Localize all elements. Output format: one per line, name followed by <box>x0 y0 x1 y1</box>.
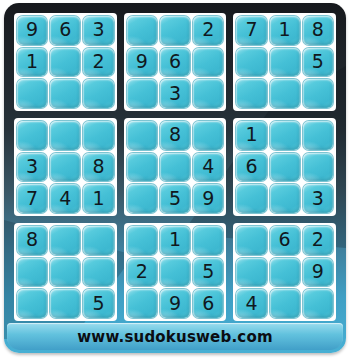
sudoku-cell-r5c5[interactable] <box>160 153 190 182</box>
sudoku-cell-r3c5[interactable]: 3 <box>160 79 190 108</box>
cell-digit: 3 <box>26 157 38 177</box>
sudoku-block-1-2: 163 <box>233 118 336 216</box>
sudoku-cell-r4c1[interactable] <box>17 121 47 150</box>
cell-digit: 2 <box>312 230 324 250</box>
sudoku-block-0-0: 96312 <box>14 13 117 111</box>
sudoku-cell-r4c9[interactable] <box>303 121 333 150</box>
sudoku-cell-r3c6[interactable] <box>193 79 223 108</box>
cell-digit: 7 <box>26 189 38 209</box>
sudoku-cell-r8c6[interactable]: 5 <box>193 258 223 287</box>
cell-digit: 8 <box>312 20 324 40</box>
footer-band: www.sudokusweb.com <box>7 323 343 350</box>
sudoku-cell-r6c5[interactable]: 5 <box>160 184 190 213</box>
sudoku-cell-r8c7[interactable] <box>236 258 266 287</box>
sudoku-cell-r1c6[interactable]: 2 <box>193 16 223 45</box>
sudoku-cell-r4c6[interactable] <box>193 121 223 150</box>
sudoku-cell-r9c6[interactable]: 6 <box>193 289 223 318</box>
sudoku-cell-r9c1[interactable] <box>17 289 47 318</box>
page: 963122963718538741845916385125966294 www… <box>0 0 350 360</box>
cell-digit: 1 <box>93 189 105 209</box>
sudoku-cell-r3c3[interactable] <box>83 79 113 108</box>
cell-digit: 1 <box>26 52 38 72</box>
cell-digit: 8 <box>26 230 38 250</box>
sudoku-cell-r2c6[interactable] <box>193 48 223 77</box>
sudoku-cell-r2c8[interactable] <box>270 48 300 77</box>
sudoku-cell-r1c1[interactable]: 9 <box>17 16 47 45</box>
sudoku-cell-r7c7[interactable] <box>236 226 266 255</box>
sudoku-cell-r6c7[interactable] <box>236 184 266 213</box>
cell-digit: 3 <box>93 20 105 40</box>
sudoku-cell-r5c2[interactable] <box>50 153 80 182</box>
cell-digit: 9 <box>26 20 38 40</box>
site-url[interactable]: www.sudokusweb.com <box>77 328 272 346</box>
sudoku-block-0-2: 7185 <box>233 13 336 111</box>
cell-digit: 9 <box>136 52 148 72</box>
sudoku-cell-r5c3[interactable]: 8 <box>83 153 113 182</box>
sudoku-cell-r9c9[interactable] <box>303 289 333 318</box>
sudoku-cell-r2c3[interactable]: 2 <box>83 48 113 77</box>
cell-digit: 7 <box>245 20 257 40</box>
sudoku-cell-r5c7[interactable]: 6 <box>236 153 266 182</box>
sudoku-cell-r9c2[interactable] <box>50 289 80 318</box>
sudoku-cell-r8c8[interactable] <box>270 258 300 287</box>
sudoku-cell-r4c7[interactable]: 1 <box>236 121 266 150</box>
cell-digit: 5 <box>312 52 324 72</box>
sudoku-cell-r4c8[interactable] <box>270 121 300 150</box>
sudoku-cell-r8c2[interactable] <box>50 258 80 287</box>
sudoku-cell-r8c3[interactable] <box>83 258 113 287</box>
cell-digit: 1 <box>245 125 257 145</box>
sudoku-block-1-1: 8459 <box>124 118 227 216</box>
cell-digit: 6 <box>59 20 71 40</box>
sudoku-cell-r2c1[interactable]: 1 <box>17 48 47 77</box>
cell-digit: 8 <box>169 125 181 145</box>
sudoku-cell-r2c4[interactable]: 9 <box>127 48 157 77</box>
sudoku-cell-r1c7[interactable]: 7 <box>236 16 266 45</box>
sudoku-cell-r6c6[interactable]: 9 <box>193 184 223 213</box>
cell-digit: 1 <box>279 20 291 40</box>
sudoku-cell-r1c4[interactable] <box>127 16 157 45</box>
cell-digit: 2 <box>93 52 105 72</box>
sudoku-cell-r6c1[interactable]: 7 <box>17 184 47 213</box>
sudoku-cell-r7c1[interactable]: 8 <box>17 226 47 255</box>
sudoku-cell-r5c8[interactable] <box>270 153 300 182</box>
sudoku-cell-r2c9[interactable]: 5 <box>303 48 333 77</box>
cell-digit: 6 <box>279 230 291 250</box>
sudoku-block-0-1: 2963 <box>124 13 227 111</box>
cell-digit: 2 <box>202 20 214 40</box>
sudoku-cell-r1c8[interactable]: 1 <box>270 16 300 45</box>
sudoku-cell-r9c5[interactable]: 9 <box>160 289 190 318</box>
cell-digit: 3 <box>312 189 324 209</box>
sudoku-cell-r2c2[interactable] <box>50 48 80 77</box>
sudoku-cell-r3c8[interactable] <box>270 79 300 108</box>
sudoku-cell-r1c9[interactable]: 8 <box>303 16 333 45</box>
cell-digit: 2 <box>136 262 148 282</box>
sudoku-cell-r5c9[interactable] <box>303 153 333 182</box>
sudoku-cell-r9c7[interactable]: 4 <box>236 289 266 318</box>
cell-digit: 9 <box>312 262 324 282</box>
cell-digit: 6 <box>245 157 257 177</box>
sudoku-cell-r3c2[interactable] <box>50 79 80 108</box>
sudoku-cell-r2c5[interactable]: 6 <box>160 48 190 77</box>
sudoku-cell-r9c4[interactable] <box>127 289 157 318</box>
cell-digit: 9 <box>169 294 181 314</box>
sudoku-cell-r4c5[interactable]: 8 <box>160 121 190 150</box>
cell-digit: 1 <box>169 230 181 250</box>
sudoku-cell-r3c7[interactable] <box>236 79 266 108</box>
sudoku-cell-r3c1[interactable] <box>17 79 47 108</box>
cell-digit: 3 <box>169 84 181 104</box>
cell-digit: 6 <box>202 294 214 314</box>
sudoku-cell-r7c3[interactable] <box>83 226 113 255</box>
sudoku-cell-r7c9[interactable]: 2 <box>303 226 333 255</box>
sudoku-cell-r6c4[interactable] <box>127 184 157 213</box>
sudoku-cell-r2c7[interactable] <box>236 48 266 77</box>
sudoku-cell-r1c3[interactable]: 3 <box>83 16 113 45</box>
sudoku-cell-r5c6[interactable]: 4 <box>193 153 223 182</box>
sudoku-cell-r5c4[interactable] <box>127 153 157 182</box>
sudoku-cell-r7c6[interactable] <box>193 226 223 255</box>
sudoku-cell-r3c9[interactable] <box>303 79 333 108</box>
sudoku-cell-r8c9[interactable]: 9 <box>303 258 333 287</box>
cell-digit: 6 <box>169 52 181 72</box>
sudoku-cell-r8c4[interactable]: 2 <box>127 258 157 287</box>
sudoku-cell-r4c2[interactable] <box>50 121 80 150</box>
sudoku-cell-r9c3[interactable]: 5 <box>83 289 113 318</box>
sudoku-cell-r6c9[interactable]: 3 <box>303 184 333 213</box>
cell-digit: 5 <box>202 262 214 282</box>
sudoku-block-2-0: 85 <box>14 223 117 321</box>
sudoku-cell-r7c2[interactable] <box>50 226 80 255</box>
sudoku-cell-r5c1[interactable]: 3 <box>17 153 47 182</box>
sudoku-block-2-1: 12596 <box>124 223 227 321</box>
sudoku-cell-r6c3[interactable]: 1 <box>83 184 113 213</box>
cell-digit: 5 <box>169 189 181 209</box>
cell-digit: 4 <box>245 294 257 314</box>
sudoku-cell-r7c4[interactable] <box>127 226 157 255</box>
sudoku-board: 963122963718538741845916385125966294 www… <box>4 3 346 353</box>
cell-digit: 4 <box>59 189 71 209</box>
sudoku-cell-r9c8[interactable] <box>270 289 300 318</box>
sudoku-block-2-2: 6294 <box>233 223 336 321</box>
sudoku-cell-r8c5[interactable] <box>160 258 190 287</box>
sudoku-cell-r1c5[interactable] <box>160 16 190 45</box>
sudoku-cell-r4c3[interactable] <box>83 121 113 150</box>
sudoku-cell-r6c8[interactable] <box>270 184 300 213</box>
sudoku-grid: 963122963718538741845916385125966294 <box>14 13 336 321</box>
sudoku-cell-r4c4[interactable] <box>127 121 157 150</box>
cell-digit: 4 <box>202 157 214 177</box>
sudoku-cell-r8c1[interactable] <box>17 258 47 287</box>
cell-digit: 9 <box>202 189 214 209</box>
cell-digit: 5 <box>93 294 105 314</box>
sudoku-block-1-0: 38741 <box>14 118 117 216</box>
sudoku-cell-r3c4[interactable] <box>127 79 157 108</box>
sudoku-cell-r7c5[interactable]: 1 <box>160 226 190 255</box>
sudoku-cell-r7c8[interactable]: 6 <box>270 226 300 255</box>
cell-digit: 8 <box>93 157 105 177</box>
sudoku-cell-r1c2[interactable]: 6 <box>50 16 80 45</box>
sudoku-cell-r6c2[interactable]: 4 <box>50 184 80 213</box>
